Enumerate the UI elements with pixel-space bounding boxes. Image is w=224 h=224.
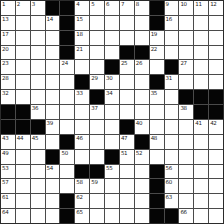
black-cell-r11c8 [105,150,119,164]
clue-number-25: 25 [121,60,127,66]
white-cell-r10c6[interactable]: 46 [75,135,89,149]
white-cell-r12c10[interactable] [135,165,149,179]
white-cell-r2c10[interactable] [135,16,149,30]
white-cell-r5c15[interactable] [209,60,223,74]
black-cell-r9c1 [1,120,15,134]
white-cell-r12c1[interactable]: 53 [1,165,15,179]
white-cell-r15c9[interactable] [120,209,134,223]
white-cell-r5c10[interactable]: 26 [135,60,149,74]
white-cell-r10c1[interactable]: 43 [1,135,15,149]
white-cell-r12c14[interactable] [194,165,208,179]
white-cell-r2c6[interactable]: 15 [75,16,89,30]
white-cell-r15c1[interactable]: 64 [1,209,15,223]
white-cell-r2c15[interactable] [209,16,223,30]
white-cell-r11c5[interactable]: 50 [60,150,74,164]
clue-number-33: 33 [76,90,82,96]
clue-number-12: 12 [210,1,216,7]
white-cell-r10c2[interactable]: 44 [16,135,30,149]
white-cell-r13c3[interactable] [31,179,45,193]
white-cell-r1c15[interactable]: 12 [209,1,223,15]
white-cell-r10c14[interactable] [194,135,208,149]
clue-number-11: 11 [195,1,201,7]
white-cell-r5c9[interactable]: 25 [120,60,134,74]
white-cell-r8c4[interactable] [46,105,60,119]
clue-number-66: 66 [180,209,186,215]
white-cell-r11c1[interactable]: 49 [1,150,15,164]
white-cell-r2c13[interactable] [179,16,193,30]
white-cell-r2c9[interactable] [120,16,134,30]
white-cell-r4c15[interactable] [209,46,223,60]
black-cell-r7c13 [179,90,193,104]
white-cell-r10c3[interactable]: 45 [31,135,45,149]
white-cell-r12c9[interactable] [120,165,134,179]
white-cell-r1c8[interactable]: 6 [105,1,119,15]
white-cell-r10c12[interactable] [165,135,179,149]
white-cell-r11c7[interactable] [90,150,104,164]
white-cell-r8c12[interactable] [165,105,179,119]
white-cell-r1c9[interactable]: 7 [120,1,134,15]
clue-number-16: 16 [166,16,172,22]
white-cell-r13c8[interactable] [105,179,119,193]
white-cell-r11c15[interactable] [209,150,223,164]
clue-number-49: 49 [2,150,8,156]
white-cell-r7c5[interactable] [60,90,74,104]
white-cell-r10c13[interactable] [179,135,193,149]
white-cell-r8c8[interactable] [105,105,119,119]
white-cell-r2c8[interactable] [105,16,119,30]
white-cell-r14c12[interactable]: 63 [165,194,179,208]
white-cell-r3c13[interactable] [179,31,193,45]
clue-number-58: 58 [76,179,82,185]
white-cell-r12c8[interactable]: 55 [105,165,119,179]
white-cell-r14c1[interactable]: 61 [1,194,15,208]
clue-number-14: 14 [47,16,53,22]
white-cell-r3c4[interactable] [46,31,60,45]
clue-number-30: 30 [106,75,112,81]
white-cell-r3c3[interactable] [31,31,45,45]
black-cell-r4c9 [120,46,134,60]
white-cell-r1c6[interactable]: 4 [75,1,89,15]
white-cell-r1c14[interactable]: 11 [194,1,208,15]
clue-number-60: 60 [166,179,172,185]
white-cell-r7c2[interactable] [16,90,30,104]
clue-number-31: 31 [166,75,172,81]
white-cell-r9c14[interactable]: 41 [194,120,208,134]
white-cell-r5c14[interactable] [194,60,208,74]
white-cell-r14c13[interactable] [179,194,193,208]
white-cell-r7c1[interactable]: 32 [1,90,15,104]
black-cell-r12c6 [75,165,89,179]
white-cell-r15c10[interactable] [135,209,149,223]
white-cell-r14c3[interactable] [31,194,45,208]
white-cell-r3c12[interactable] [165,31,179,45]
clue-number-39: 39 [47,120,53,126]
white-cell-r15c3[interactable] [31,209,45,223]
white-cell-r8c3[interactable]: 36 [31,105,45,119]
white-cell-r11c9[interactable]: 51 [120,150,134,164]
black-cell-r2c11 [150,16,164,30]
black-cell-r8c15 [209,105,223,119]
white-cell-r9c13[interactable] [179,120,193,134]
white-cell-r1c13[interactable]: 10 [179,1,193,15]
clue-number-26: 26 [136,60,142,66]
clue-number-29: 29 [91,75,97,81]
white-cell-r8c7[interactable]: 37 [90,105,104,119]
white-cell-r11c13[interactable] [179,150,193,164]
clue-number-54: 54 [47,165,53,171]
clue-number-23: 23 [2,60,8,66]
white-cell-r11c12[interactable] [165,150,179,164]
clue-number-41: 41 [195,120,201,126]
black-cell-r15c12 [165,209,179,223]
white-cell-r4c13[interactable] [179,46,193,60]
white-cell-r4c4[interactable] [46,46,60,60]
white-cell-r1c2[interactable]: 2 [16,1,30,15]
white-cell-r7c9[interactable] [120,90,134,104]
white-cell-r2c14[interactable] [194,16,208,30]
clue-number-20: 20 [2,46,8,52]
white-cell-r6c13[interactable] [179,75,193,89]
white-cell-r11c2[interactable] [16,150,30,164]
white-cell-r15c6[interactable]: 65 [75,209,89,223]
white-cell-r5c3[interactable] [31,60,45,74]
white-cell-r10c7[interactable] [90,135,104,149]
white-cell-r2c4[interactable]: 14 [46,16,60,30]
white-cell-r8c11[interactable] [150,105,164,119]
white-cell-r8c6[interactable] [75,105,89,119]
white-cell-r11c3[interactable] [31,150,45,164]
white-cell-r15c2[interactable] [16,209,30,223]
white-cell-r6c1[interactable]: 28 [1,75,15,89]
clue-number-36: 36 [32,105,38,111]
black-cell-r5c12 [165,60,179,74]
clue-number-17: 17 [2,31,8,37]
black-cell-r12c7 [90,165,104,179]
black-cell-r5c8 [105,60,119,74]
black-cell-r9c9 [120,120,134,134]
white-cell-r2c3[interactable] [31,16,45,30]
black-cell-r6c6 [75,75,89,89]
black-cell-r7c7 [90,90,104,104]
white-cell-r10c4[interactable] [46,135,60,149]
white-cell-r10c11[interactable]: 48 [150,135,164,149]
white-cell-r2c7[interactable] [90,16,104,30]
white-cell-r3c10[interactable] [135,31,149,45]
white-cell-r11c10[interactable]: 52 [135,150,149,164]
white-cell-r12c3[interactable] [31,165,45,179]
black-cell-r10c10 [135,135,149,149]
clue-number-57: 57 [2,179,8,185]
white-cell-r3c8[interactable] [105,31,119,45]
white-cell-r3c14[interactable] [194,31,208,45]
white-cell-r9c12[interactable] [165,120,179,134]
white-cell-r3c2[interactable] [16,31,30,45]
white-cell-r6c2[interactable] [16,75,30,89]
white-cell-r13c9[interactable] [120,179,134,193]
clue-number-34: 34 [106,90,112,96]
black-cell-r14c11 [150,194,164,208]
white-cell-r13c6[interactable]: 58 [75,179,89,193]
white-cell-r14c7[interactable] [90,194,104,208]
white-cell-r13c2[interactable] [16,179,30,193]
white-cell-r9c7[interactable] [90,120,104,134]
white-cell-r13c7[interactable]: 59 [90,179,104,193]
black-cell-r15c11 [150,209,164,223]
white-cell-r5c4[interactable] [46,60,60,74]
clue-number-46: 46 [76,135,82,141]
white-cell-r2c12[interactable]: 16 [165,16,179,30]
white-cell-r4c6[interactable]: 21 [75,46,89,60]
white-cell-r14c14[interactable] [194,194,208,208]
white-cell-r12c4[interactable]: 54 [46,165,60,179]
white-cell-r11c14[interactable] [194,150,208,164]
white-cell-r7c10[interactable] [135,90,149,104]
white-cell-r13c15[interactable] [209,179,223,193]
white-cell-r14c6[interactable]: 62 [75,194,89,208]
white-cell-r1c10[interactable]: 8 [135,1,149,15]
white-cell-r12c5[interactable] [60,165,74,179]
clue-number-1: 1 [2,1,5,7]
black-cell-r2c5 [60,16,74,30]
white-cell-r6c4[interactable] [46,75,60,89]
white-cell-r2c1[interactable]: 13 [1,16,15,30]
white-cell-r6c5[interactable] [60,75,74,89]
white-cell-r3c6[interactable]: 18 [75,31,89,45]
black-cell-r7c14 [194,90,208,104]
white-cell-r8c5[interactable] [60,105,74,119]
white-cell-r5c5[interactable]: 24 [60,60,74,74]
clue-number-45: 45 [32,135,38,141]
white-cell-r5c7[interactable] [90,60,104,74]
white-cell-r12c15[interactable] [209,165,223,179]
clue-number-9: 9 [166,1,169,7]
white-cell-r3c11[interactable]: 19 [150,31,164,45]
white-cell-r1c3[interactable]: 3 [31,1,45,15]
white-cell-r4c7[interactable] [90,46,104,60]
clue-number-44: 44 [17,135,23,141]
clue-number-27: 27 [180,60,186,66]
clue-number-4: 4 [76,1,79,7]
white-cell-r15c7[interactable] [90,209,104,223]
clue-number-3: 3 [32,1,35,7]
white-cell-r15c4[interactable] [46,209,60,223]
white-cell-r9c6[interactable] [75,120,89,134]
white-cell-r3c1[interactable]: 17 [1,31,15,45]
white-cell-r6c15[interactable] [209,75,223,89]
white-cell-r9c8[interactable] [105,120,119,134]
white-cell-r1c12[interactable]: 9 [165,1,179,15]
white-cell-r6c9[interactable] [120,75,134,89]
black-cell-r1c5 [60,1,74,15]
white-cell-r4c14[interactable] [194,46,208,60]
white-cell-r4c3[interactable] [31,46,45,60]
white-cell-r7c12[interactable] [165,90,179,104]
clue-number-32: 32 [2,90,8,96]
clue-number-64: 64 [2,209,8,215]
white-cell-r9c5[interactable] [60,120,74,134]
white-cell-r15c15[interactable] [209,209,223,223]
clue-number-63: 63 [166,194,172,200]
white-cell-r8c9[interactable] [120,105,134,119]
black-cell-r4c10 [135,46,149,60]
clue-number-24: 24 [61,60,67,66]
black-cell-r4c5 [60,46,74,60]
clue-number-10: 10 [180,1,186,7]
clue-number-28: 28 [2,75,8,81]
white-cell-r13c4[interactable] [46,179,60,193]
clue-number-18: 18 [76,31,82,37]
clue-number-48: 48 [151,135,157,141]
clue-number-22: 22 [151,46,157,52]
clue-number-15: 15 [76,16,82,22]
white-cell-r13c13[interactable] [179,179,193,193]
black-cell-r9c3 [31,120,45,134]
white-cell-r3c15[interactable] [209,31,223,45]
black-cell-r1c4 [46,1,60,15]
white-cell-r1c1[interactable]: 1 [1,1,15,15]
white-cell-r6c7[interactable]: 29 [90,75,104,89]
clue-number-52: 52 [136,150,142,156]
white-cell-r15c14[interactable] [194,209,208,223]
white-cell-r8c10[interactable] [135,105,149,119]
white-cell-r13c5[interactable] [60,179,74,193]
white-cell-r7c3[interactable] [31,90,45,104]
crossword-board: 1234567891011121314151617181920212223242… [0,0,224,224]
white-cell-r5c1[interactable]: 23 [1,60,15,74]
white-cell-r13c14[interactable] [194,179,208,193]
white-cell-r2c2[interactable] [16,16,30,30]
white-cell-r9c4[interactable]: 39 [46,120,60,134]
white-cell-r6c10[interactable] [135,75,149,89]
clue-number-13: 13 [2,16,8,22]
white-cell-r10c15[interactable] [209,135,223,149]
clue-number-40: 40 [136,120,142,126]
white-cell-r14c15[interactable] [209,194,223,208]
white-cell-r14c9[interactable] [120,194,134,208]
white-cell-r7c8[interactable]: 34 [105,90,119,104]
white-cell-r7c6[interactable]: 33 [75,90,89,104]
white-cell-r5c13[interactable]: 27 [179,60,193,74]
clue-number-38: 38 [180,105,186,111]
clue-number-42: 42 [210,120,216,126]
white-cell-r4c8[interactable] [105,46,119,60]
white-cell-r7c4[interactable] [46,90,60,104]
white-cell-r6c3[interactable] [31,75,45,89]
white-cell-r13c1[interactable]: 57 [1,179,15,193]
black-cell-r11c4 [46,150,60,164]
clue-number-53: 53 [2,165,8,171]
white-cell-r4c2[interactable] [16,46,30,60]
clue-number-8: 8 [136,1,139,7]
white-cell-r11c6[interactable] [75,150,89,164]
white-cell-r10c9[interactable]: 47 [120,135,134,149]
clue-number-51: 51 [121,150,127,156]
white-cell-r3c7[interactable] [90,31,104,45]
black-cell-r12c11 [150,165,164,179]
black-cell-r9c2 [16,120,30,134]
black-cell-r8c1 [1,105,15,119]
white-cell-r8c13[interactable]: 38 [179,105,193,119]
white-cell-r12c2[interactable] [16,165,30,179]
black-cell-r7c15 [209,90,223,104]
white-cell-r9c11[interactable] [150,120,164,134]
white-cell-r4c12[interactable] [165,46,179,60]
black-cell-r13c11 [150,179,164,193]
white-cell-r9c10[interactable]: 40 [135,120,149,134]
clue-number-6: 6 [106,1,109,7]
white-cell-r6c8[interactable]: 30 [105,75,119,89]
clue-number-43: 43 [2,135,8,141]
white-cell-r5c2[interactable] [16,60,30,74]
clue-number-65: 65 [76,209,82,215]
black-cell-r6c11 [150,75,164,89]
clue-number-47: 47 [121,135,127,141]
white-cell-r6c14[interactable] [194,75,208,89]
white-cell-r13c10[interactable] [135,179,149,193]
clue-number-62: 62 [76,194,82,200]
white-cell-r15c8[interactable] [105,209,119,223]
clue-number-2: 2 [17,1,20,7]
black-cell-r1c11 [150,1,164,15]
white-cell-r9c15[interactable]: 42 [209,120,223,134]
white-cell-r4c11[interactable]: 22 [150,46,164,60]
black-cell-r8c14 [194,105,208,119]
clue-number-37: 37 [91,105,97,111]
clue-number-19: 19 [151,31,157,37]
white-cell-r14c2[interactable] [16,194,30,208]
white-cell-r12c12[interactable]: 56 [165,165,179,179]
white-cell-r4c1[interactable]: 20 [1,46,15,60]
clue-number-50: 50 [61,150,67,156]
clue-number-35: 35 [151,90,157,96]
white-cell-r7c11[interactable]: 35 [150,90,164,104]
clue-number-21: 21 [76,46,82,52]
black-cell-r3c5 [60,31,74,45]
white-cell-r3c9[interactable] [120,31,134,45]
white-cell-r14c10[interactable] [135,194,149,208]
clue-number-55: 55 [106,165,112,171]
white-cell-r6c12[interactable]: 31 [165,75,179,89]
white-cell-r14c8[interactable] [105,194,119,208]
white-cell-r13c12[interactable]: 60 [165,179,179,193]
black-cell-r8c2 [16,105,30,119]
clue-number-61: 61 [2,194,8,200]
white-cell-r5c11[interactable] [150,60,164,74]
white-cell-r12c13[interactable] [179,165,193,179]
white-cell-r1c7[interactable]: 5 [90,1,104,15]
clue-number-59: 59 [91,179,97,185]
black-cell-r15c5 [60,209,74,223]
white-cell-r10c8[interactable] [105,135,119,149]
white-cell-r11c11[interactable] [150,150,164,164]
clue-number-56: 56 [166,165,172,171]
white-cell-r14c4[interactable] [46,194,60,208]
black-cell-r10c5 [60,135,74,149]
white-cell-r15c13[interactable]: 66 [179,209,193,223]
white-cell-r5c6[interactable] [75,60,89,74]
black-cell-r14c5 [60,194,74,208]
clue-number-7: 7 [121,1,124,7]
clue-number-5: 5 [91,1,94,7]
